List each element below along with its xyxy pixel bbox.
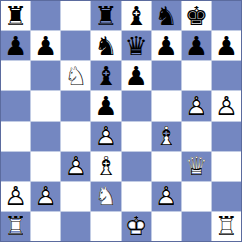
- square-f5[interactable]: [152, 91, 181, 120]
- square-a2[interactable]: ♟♙: [1, 182, 30, 211]
- square-e5[interactable]: [122, 91, 151, 120]
- square-h2[interactable]: [212, 182, 241, 211]
- square-d3[interactable]: ♝♗: [91, 152, 120, 181]
- square-e3[interactable]: [122, 152, 151, 181]
- piece-black-rook: ♜: [91, 1, 120, 30]
- square-c1[interactable]: [61, 212, 90, 241]
- square-f8[interactable]: ♞: [152, 1, 181, 30]
- square-g2[interactable]: [182, 182, 211, 211]
- square-d1[interactable]: [91, 212, 120, 241]
- piece-black-pawn: ♟: [152, 31, 181, 60]
- piece-black-king: ♚: [182, 1, 211, 30]
- square-e6[interactable]: ♟: [122, 61, 151, 90]
- square-a6[interactable]: [1, 61, 30, 90]
- square-h5[interactable]: ♟♙: [212, 91, 241, 120]
- piece-black-pawn: ♟: [122, 61, 151, 90]
- piece-black-bishop: ♝: [122, 1, 151, 30]
- piece-black-knight: ♞: [91, 31, 120, 60]
- piece-black-rook: ♜: [1, 1, 30, 30]
- piece-white-bishop: ♝♗: [91, 152, 120, 181]
- square-b5[interactable]: [31, 91, 60, 120]
- square-c4[interactable]: [61, 122, 90, 151]
- square-a7[interactable]: ♟: [1, 31, 30, 60]
- square-d5[interactable]: ♟: [91, 91, 120, 120]
- piece-white-pawn: ♟♙: [91, 122, 120, 151]
- square-h7[interactable]: ♟: [212, 31, 241, 60]
- square-d7[interactable]: ♞: [91, 31, 120, 60]
- square-g3[interactable]: ♛♕: [182, 152, 211, 181]
- piece-white-knight: ♞♘: [61, 61, 90, 90]
- square-a1[interactable]: ♜♖: [1, 212, 30, 241]
- square-g7[interactable]: ♟: [182, 31, 211, 60]
- square-e1[interactable]: ♚♔: [122, 212, 151, 241]
- square-h6[interactable]: [212, 61, 241, 90]
- piece-black-knight: ♞: [152, 1, 181, 30]
- square-g8[interactable]: ♚: [182, 1, 211, 30]
- piece-white-rook: ♜♖: [1, 212, 30, 241]
- square-f4[interactable]: ♝♗: [152, 122, 181, 151]
- screenshot-stage: ♜♜♝♞♚♟♟♞♛♟♟♟♞♘♝♟♟♟♙♟♙♟♙♝♗♟♙♝♗♛♕♟♙♟♙♞♘♟♙♜…: [0, 0, 242, 242]
- piece-white-pawn: ♟♙: [212, 91, 241, 120]
- piece-black-queen: ♛: [122, 31, 151, 60]
- piece-black-pawn: ♟: [1, 31, 30, 60]
- square-b1[interactable]: [31, 212, 60, 241]
- square-h3[interactable]: [212, 152, 241, 181]
- square-f1[interactable]: [152, 212, 181, 241]
- square-h1[interactable]: ♜♖: [212, 212, 241, 241]
- square-g6[interactable]: [182, 61, 211, 90]
- piece-white-pawn: ♟♙: [152, 182, 181, 211]
- square-e7[interactable]: ♛: [122, 31, 151, 60]
- square-f7[interactable]: ♟: [152, 31, 181, 60]
- square-g4[interactable]: [182, 122, 211, 151]
- square-b6[interactable]: [31, 61, 60, 90]
- square-c8[interactable]: [61, 1, 90, 30]
- square-a4[interactable]: [1, 122, 30, 151]
- piece-white-queen: ♛♕: [182, 152, 211, 181]
- square-a8[interactable]: ♜: [1, 1, 30, 30]
- piece-white-knight: ♞♘: [91, 182, 120, 211]
- piece-white-bishop: ♝♗: [152, 122, 181, 151]
- square-g1[interactable]: [182, 212, 211, 241]
- piece-white-pawn: ♟♙: [1, 182, 30, 211]
- square-c7[interactable]: [61, 31, 90, 60]
- square-h4[interactable]: [212, 122, 241, 151]
- piece-white-pawn: ♟♙: [31, 182, 60, 211]
- square-d4[interactable]: ♟♙: [91, 122, 120, 151]
- square-d6[interactable]: ♝: [91, 61, 120, 90]
- square-f2[interactable]: ♟♙: [152, 182, 181, 211]
- square-b8[interactable]: [31, 1, 60, 30]
- square-b7[interactable]: ♟: [31, 31, 60, 60]
- square-d8[interactable]: ♜: [91, 1, 120, 30]
- piece-black-pawn: ♟: [91, 91, 120, 120]
- square-b4[interactable]: [31, 122, 60, 151]
- square-e8[interactable]: ♝: [122, 1, 151, 30]
- square-g5[interactable]: ♟♙: [182, 91, 211, 120]
- square-h8[interactable]: [212, 1, 241, 30]
- piece-black-bishop: ♝: [91, 61, 120, 90]
- square-f3[interactable]: [152, 152, 181, 181]
- square-e4[interactable]: [122, 122, 151, 151]
- piece-black-pawn: ♟: [182, 31, 211, 60]
- piece-white-pawn: ♟♙: [61, 152, 90, 181]
- square-c6[interactable]: ♞♘: [61, 61, 90, 90]
- square-b3[interactable]: [31, 152, 60, 181]
- piece-black-pawn: ♟: [31, 31, 60, 60]
- piece-black-pawn: ♟: [212, 31, 241, 60]
- square-a5[interactable]: [1, 91, 30, 120]
- square-a3[interactable]: [1, 152, 30, 181]
- piece-white-rook: ♜♖: [212, 212, 241, 241]
- square-d2[interactable]: ♞♘: [91, 182, 120, 211]
- square-c5[interactable]: [61, 91, 90, 120]
- piece-white-king: ♚♔: [122, 212, 151, 241]
- square-c3[interactable]: ♟♙: [61, 152, 90, 181]
- square-c2[interactable]: [61, 182, 90, 211]
- square-b2[interactable]: ♟♙: [31, 182, 60, 211]
- chess-board: ♜♜♝♞♚♟♟♞♛♟♟♟♞♘♝♟♟♟♙♟♙♟♙♝♗♟♙♝♗♛♕♟♙♟♙♞♘♟♙♜…: [0, 0, 242, 242]
- square-f6[interactable]: [152, 61, 181, 90]
- piece-white-pawn: ♟♙: [182, 91, 211, 120]
- square-e2[interactable]: [122, 182, 151, 211]
